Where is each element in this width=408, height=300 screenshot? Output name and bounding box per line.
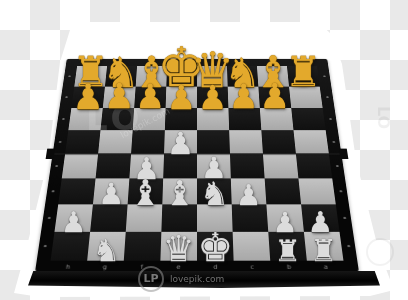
piece-gold-pawn-d7[interactable]: ♟	[198, 81, 228, 114]
piece-silver-rook-b1[interactable]: ♜	[274, 236, 301, 266]
piece-silver-knight-d3[interactable]: ♞	[200, 178, 229, 211]
piece-silver-bishop-f3[interactable]: ♝	[130, 175, 162, 210]
piece-gold-pawn-c7[interactable]: ♟	[229, 80, 259, 114]
piece-gold-pawn-e7[interactable]: ♟	[166, 81, 196, 114]
scene: hgfedcba LO lovepik.com LO LP lovepik.co…	[0, 0, 408, 300]
piece-silver-pawn-c3[interactable]: ♟	[236, 181, 262, 210]
piece-silver-bishop-e3[interactable]: ♝	[164, 176, 195, 211]
piece-silver-pawn-h2[interactable]: ♟	[61, 208, 87, 237]
piece-gold-pawn-b7[interactable]: ♟	[259, 79, 290, 114]
piece-silver-king-d1[interactable]: ♚	[198, 228, 234, 268]
piece-gold-pawn-f7[interactable]: ♟	[135, 80, 165, 114]
piece-gold-rook-a8[interactable]: ♜	[285, 52, 322, 93]
piece-silver-rook-a1[interactable]: ♜	[310, 236, 337, 267]
piece-silver-knight-g1[interactable]: ♞	[93, 235, 121, 266]
piece-silver-pawn-g3[interactable]: ♟	[98, 180, 124, 209]
piece-gold-pawn-g7[interactable]: ♟	[104, 79, 135, 114]
piece-gold-pawn-h7[interactable]: ♟	[72, 79, 104, 114]
pieces-overlay: ♜♞♝♚♛♞♝♜♟♟♟♟♟♟♟♟♟♟♟♝♝♞♟♟♟♟♞♛♚♜♜	[0, 0, 408, 300]
piece-silver-queen-e1[interactable]: ♛	[163, 231, 195, 267]
piece-silver-pawn-e5[interactable]: ♟	[167, 129, 195, 160]
